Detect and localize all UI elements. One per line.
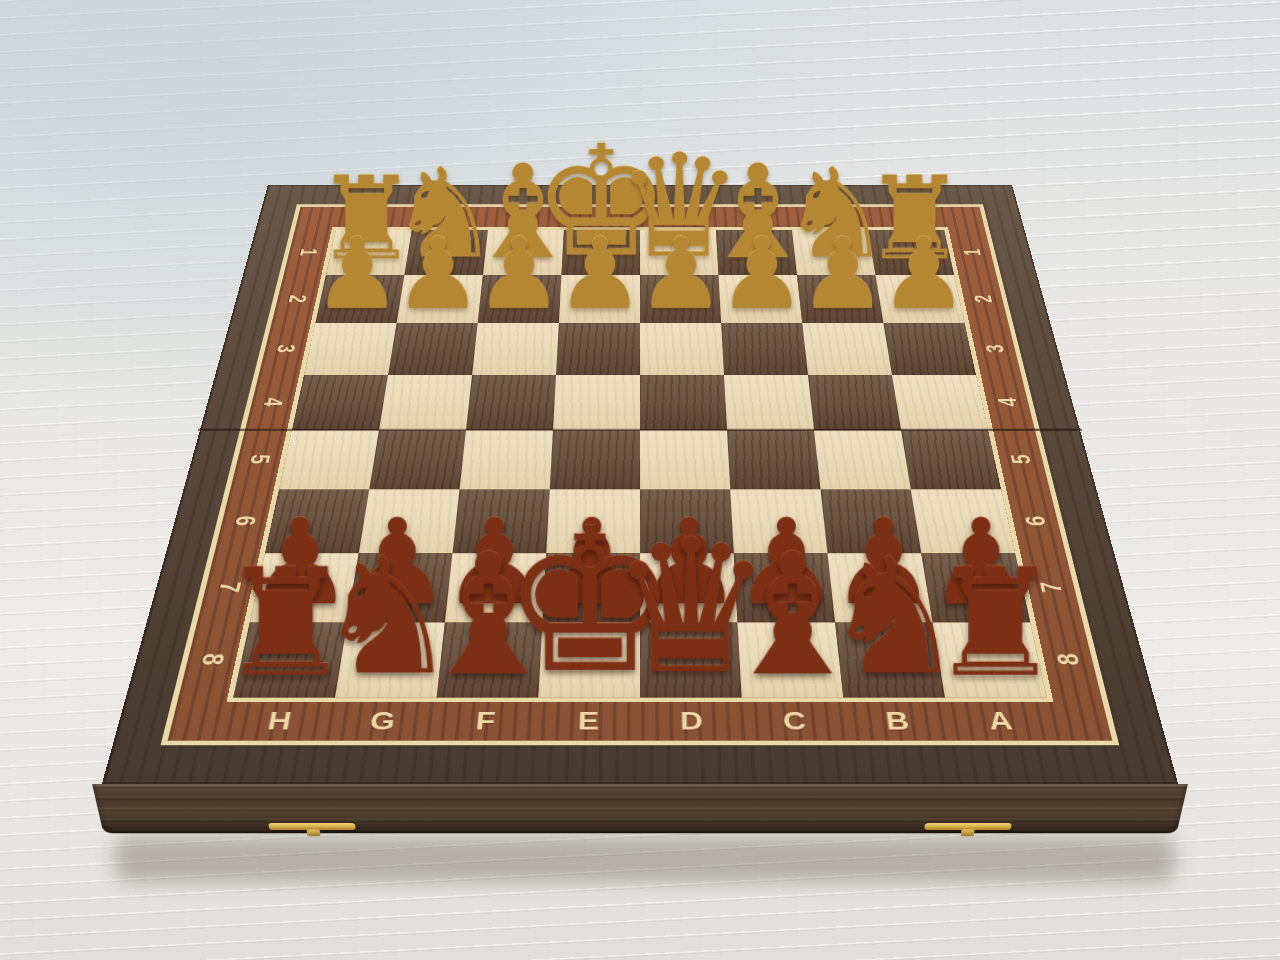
rank-label-right-2: 2: [941, 287, 1026, 310]
playfield: ♜♞♝♚♛♝♞♜♟♟♟♟♟♟♟♟♟♟♟♟♟♟♟♟♜♞♝♚♛♝♞♜: [226, 227, 1053, 702]
rank-label-left-3: 3: [241, 336, 329, 361]
scene: ♜♞♝♚♛♝♞♜♟♟♟♟♟♟♟♟♟♟♟♟♟♟♟♟♜♞♝♚♛♝♞♜ HGFEDCB…: [0, 0, 1280, 960]
board-shadow: [115, 836, 1175, 882]
square-c2[interactable]: ♟: [719, 275, 803, 323]
square-b2[interactable]: ♟: [797, 275, 883, 323]
piece-white-pawn[interactable]: ♟: [555, 229, 643, 320]
rank-label-left-2: 2: [254, 287, 339, 310]
piece-white-pawn[interactable]: ♟: [393, 229, 481, 320]
square-g4[interactable]: [379, 375, 472, 430]
square-g5[interactable]: [369, 430, 466, 489]
square-e5[interactable]: [550, 430, 640, 489]
square-d5[interactable]: [640, 430, 730, 489]
square-d2[interactable]: ♟: [640, 275, 721, 323]
square-e2[interactable]: ♟: [559, 275, 640, 323]
box-front-edge: [92, 784, 1188, 833]
chess-board: ♜♞♝♚♛♝♞♜♟♟♟♟♟♟♟♟♟♟♟♟♟♟♟♟♜♞♝♚♛♝♞♜ HGFEDCB…: [102, 185, 1178, 784]
piece-white-pawn[interactable]: ♟: [474, 229, 562, 320]
rank-label-right-3: 3: [951, 336, 1039, 361]
square-e4[interactable]: [553, 375, 640, 430]
square-d4[interactable]: [640, 375, 727, 430]
piece-white-pawn[interactable]: ♟: [636, 229, 724, 320]
chess-board-3d: ♜♞♝♚♛♝♞♜♟♟♟♟♟♟♟♟♟♟♟♟♟♟♟♟♜♞♝♚♛♝♞♜ HGFEDCB…: [102, 185, 1178, 784]
square-c5[interactable]: [727, 430, 821, 489]
rank-label-right-4: 4: [962, 389, 1054, 416]
square-b4[interactable]: [808, 375, 901, 430]
square-b5[interactable]: [814, 430, 911, 489]
square-c8[interactable]: ♝: [738, 623, 844, 698]
square-f4[interactable]: [466, 375, 556, 430]
piece-white-pawn[interactable]: ♟: [798, 229, 886, 320]
piece-black-bishop[interactable]: ♝: [413, 538, 563, 692]
piece-white-pawn[interactable]: ♟: [717, 229, 805, 320]
rank-label-right-1: 1: [931, 241, 1013, 263]
square-g2[interactable]: ♟: [397, 275, 483, 323]
rank-label-left-4: 4: [226, 389, 318, 416]
square-f5[interactable]: [459, 430, 553, 489]
square-f2[interactable]: ♟: [478, 275, 562, 323]
rank-label-left-1: 1: [266, 241, 348, 263]
squares-grid: ♜♞♝♚♛♝♞♜♟♟♟♟♟♟♟♟♟♟♟♟♟♟♟♟♜♞♝♚♛♝♞♜: [233, 230, 1046, 698]
brass-clasp-right-icon: [924, 823, 1011, 830]
square-f8[interactable]: ♝: [437, 623, 543, 698]
piece-black-bishop[interactable]: ♝: [717, 538, 867, 692]
square-a5[interactable]: [901, 430, 1001, 489]
brass-clasp-left-icon: [268, 823, 355, 830]
square-c4[interactable]: [724, 375, 814, 430]
square-h5[interactable]: [279, 430, 379, 489]
